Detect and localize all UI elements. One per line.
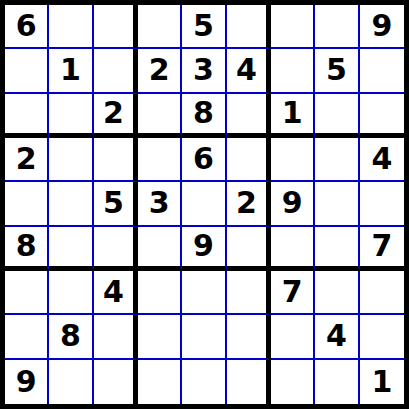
- cell-r4c2[interactable]: [49, 138, 93, 182]
- cell-r5c3[interactable]: 5: [94, 182, 138, 226]
- cell-r4c7[interactable]: [271, 138, 315, 182]
- cell-r9c7[interactable]: [271, 360, 315, 404]
- cell-r7c3[interactable]: 4: [94, 271, 138, 315]
- cell-r4c3[interactable]: [94, 138, 138, 182]
- cell-r4c4[interactable]: [138, 138, 182, 182]
- cell-r4c5[interactable]: 6: [182, 138, 226, 182]
- cell-r8c9[interactable]: [360, 315, 404, 359]
- cell-r7c7[interactable]: 7: [271, 271, 315, 315]
- cell-r2c3[interactable]: [94, 49, 138, 93]
- cell-r9c2[interactable]: [49, 360, 93, 404]
- cell-r5c9[interactable]: [360, 182, 404, 226]
- cell-r2c6[interactable]: 4: [227, 49, 271, 93]
- cell-r4c6[interactable]: [227, 138, 271, 182]
- cell-r8c2[interactable]: 8: [49, 315, 93, 359]
- cell-r2c8[interactable]: 5: [315, 49, 359, 93]
- cell-r6c7[interactable]: [271, 227, 315, 271]
- cell-r1c3[interactable]: [94, 5, 138, 49]
- cell-r6c5[interactable]: 9: [182, 227, 226, 271]
- cell-r8c5[interactable]: [182, 315, 226, 359]
- cell-r3c5[interactable]: 8: [182, 94, 226, 138]
- cell-r1c9[interactable]: 9: [360, 5, 404, 49]
- cell-r1c6[interactable]: [227, 5, 271, 49]
- sudoku-app: 659123452812645329897478491: [0, 0, 409, 409]
- cell-r8c1[interactable]: [5, 315, 49, 359]
- cell-r8c8[interactable]: 4: [315, 315, 359, 359]
- cell-r9c5[interactable]: [182, 360, 226, 404]
- cell-r6c6[interactable]: [227, 227, 271, 271]
- cell-r6c3[interactable]: [94, 227, 138, 271]
- cell-r3c7[interactable]: 1: [271, 94, 315, 138]
- cell-r9c8[interactable]: [315, 360, 359, 404]
- cell-r9c4[interactable]: [138, 360, 182, 404]
- cell-r3c8[interactable]: [315, 94, 359, 138]
- cell-r1c7[interactable]: [271, 5, 315, 49]
- cell-r1c1[interactable]: 6: [5, 5, 49, 49]
- cell-r5c8[interactable]: [315, 182, 359, 226]
- cell-r1c4[interactable]: [138, 5, 182, 49]
- cell-r6c9[interactable]: 7: [360, 227, 404, 271]
- cell-r6c1[interactable]: 8: [5, 227, 49, 271]
- cell-r5c5[interactable]: [182, 182, 226, 226]
- cell-r6c4[interactable]: [138, 227, 182, 271]
- cell-r7c8[interactable]: [315, 271, 359, 315]
- cell-r3c9[interactable]: [360, 94, 404, 138]
- cell-r7c6[interactable]: [227, 271, 271, 315]
- cell-r8c7[interactable]: [271, 315, 315, 359]
- cell-r2c1[interactable]: [5, 49, 49, 93]
- cell-r9c6[interactable]: [227, 360, 271, 404]
- cell-r1c2[interactable]: [49, 5, 93, 49]
- cell-r9c1[interactable]: 9: [5, 360, 49, 404]
- cell-r7c4[interactable]: [138, 271, 182, 315]
- cell-r3c3[interactable]: 2: [94, 94, 138, 138]
- cell-r5c7[interactable]: 9: [271, 182, 315, 226]
- cell-r7c5[interactable]: [182, 271, 226, 315]
- cell-r6c2[interactable]: [49, 227, 93, 271]
- cell-r4c1[interactable]: 2: [5, 138, 49, 182]
- cell-r2c4[interactable]: 2: [138, 49, 182, 93]
- cell-r4c8[interactable]: [315, 138, 359, 182]
- cell-r8c4[interactable]: [138, 315, 182, 359]
- cell-r7c2[interactable]: [49, 271, 93, 315]
- cell-r5c6[interactable]: 2: [227, 182, 271, 226]
- cell-r8c3[interactable]: [94, 315, 138, 359]
- cell-r3c4[interactable]: [138, 94, 182, 138]
- cell-r2c2[interactable]: 1: [49, 49, 93, 93]
- cell-r2c7[interactable]: [271, 49, 315, 93]
- cell-r5c1[interactable]: [5, 182, 49, 226]
- cell-r7c9[interactable]: [360, 271, 404, 315]
- cell-r1c8[interactable]: [315, 5, 359, 49]
- cell-r9c9[interactable]: 1: [360, 360, 404, 404]
- cell-r3c2[interactable]: [49, 94, 93, 138]
- cell-r7c1[interactable]: [5, 271, 49, 315]
- cell-r6c8[interactable]: [315, 227, 359, 271]
- cell-r9c3[interactable]: [94, 360, 138, 404]
- cell-r3c6[interactable]: [227, 94, 271, 138]
- cell-r8c6[interactable]: [227, 315, 271, 359]
- cell-r3c1[interactable]: [5, 94, 49, 138]
- sudoku-board: 659123452812645329897478491: [0, 0, 409, 409]
- cell-r4c9[interactable]: 4: [360, 138, 404, 182]
- cell-r5c4[interactable]: 3: [138, 182, 182, 226]
- cell-r1c5[interactable]: 5: [182, 5, 226, 49]
- cell-r5c2[interactable]: [49, 182, 93, 226]
- cell-r2c9[interactable]: [360, 49, 404, 93]
- cell-r2c5[interactable]: 3: [182, 49, 226, 93]
